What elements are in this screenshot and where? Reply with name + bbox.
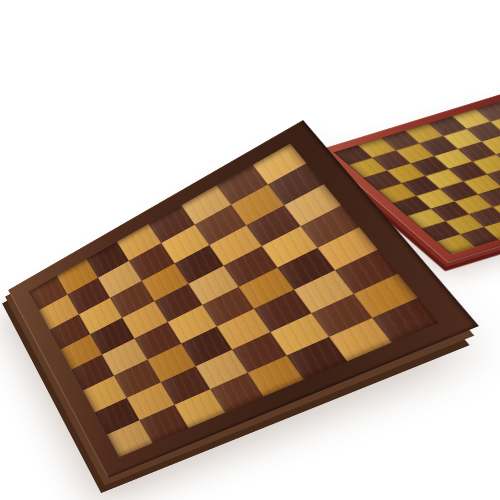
photo-scene	[0, 0, 500, 500]
